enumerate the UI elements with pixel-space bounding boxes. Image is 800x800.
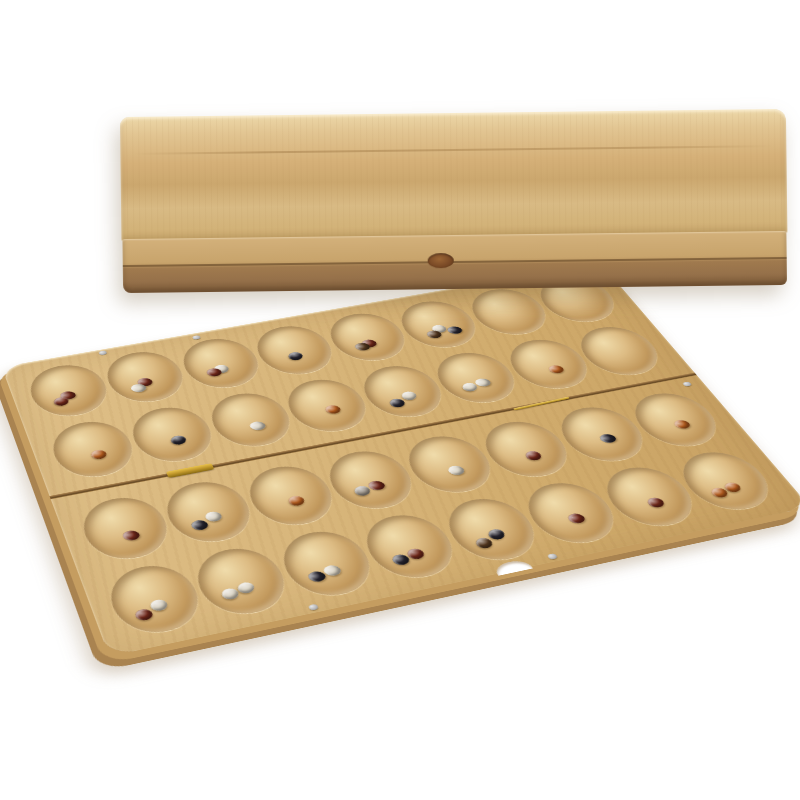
stone-white-grey-pebble — [401, 392, 416, 400]
pit-D1[interactable] — [101, 559, 209, 640]
stone-white-grey-pebble — [149, 599, 167, 612]
stone-dark-red-jasper — [645, 497, 666, 509]
box-lid-front — [122, 231, 787, 293]
pit-B2[interactable] — [124, 402, 222, 467]
stone-grey-speckled-pebble — [354, 486, 370, 496]
pit-C1[interactable] — [74, 492, 177, 566]
stone-black-navy-onyx — [488, 529, 505, 540]
stone-dark-red-jasper — [133, 608, 155, 622]
box-lid-top — [120, 109, 787, 241]
stone-white-grey-pebble — [247, 420, 268, 432]
pit-B1[interactable] — [45, 416, 142, 483]
stone-black-navy-onyx — [388, 398, 406, 408]
stone-amber-orange-agate — [724, 482, 741, 492]
pit-D2[interactable] — [187, 542, 296, 621]
stone-white-grey-pebble — [203, 510, 224, 523]
stone-amber-orange-agate — [671, 418, 692, 430]
stone-amber-orange-agate — [90, 449, 108, 460]
stone-white-grey-pebble — [222, 588, 239, 600]
stone-dark-red-jasper — [525, 450, 543, 460]
stone-black-navy-onyx — [597, 432, 619, 444]
stone-dark-red-jasper — [119, 529, 142, 543]
mancala-board — [1, 263, 800, 657]
pit-B3[interactable] — [201, 388, 300, 452]
stone-white-grey-pebble — [462, 382, 478, 391]
board-surface — [1, 263, 800, 657]
pit-A2[interactable] — [99, 347, 192, 407]
pit-A4[interactable] — [247, 321, 342, 379]
stone-white-grey-pebble — [445, 464, 466, 476]
product-photo-scene — [0, 0, 800, 800]
pit-C3[interactable] — [238, 460, 343, 531]
pit-D3[interactable] — [272, 525, 383, 602]
stone-amber-orange-agate — [324, 404, 343, 415]
stone-black-navy-onyx — [287, 352, 304, 361]
stone-amber-orange-agate — [288, 496, 304, 506]
pit-A3[interactable] — [174, 334, 268, 393]
pit-B4[interactable] — [278, 374, 378, 437]
stone-amber-orange-agate — [546, 364, 566, 374]
stone-dark-brown-pebble — [474, 537, 493, 548]
stone-white-grey-pebble — [236, 582, 256, 594]
pit-A1[interactable] — [22, 360, 114, 421]
storage-box-closed — [120, 109, 788, 293]
pit-C2[interactable] — [157, 476, 261, 548]
stone-dark-red-jasper — [565, 512, 588, 525]
stone-black-navy-onyx — [445, 325, 465, 336]
stone-dark-red-jasper — [53, 397, 69, 406]
stone-black-navy-onyx — [170, 435, 187, 444]
